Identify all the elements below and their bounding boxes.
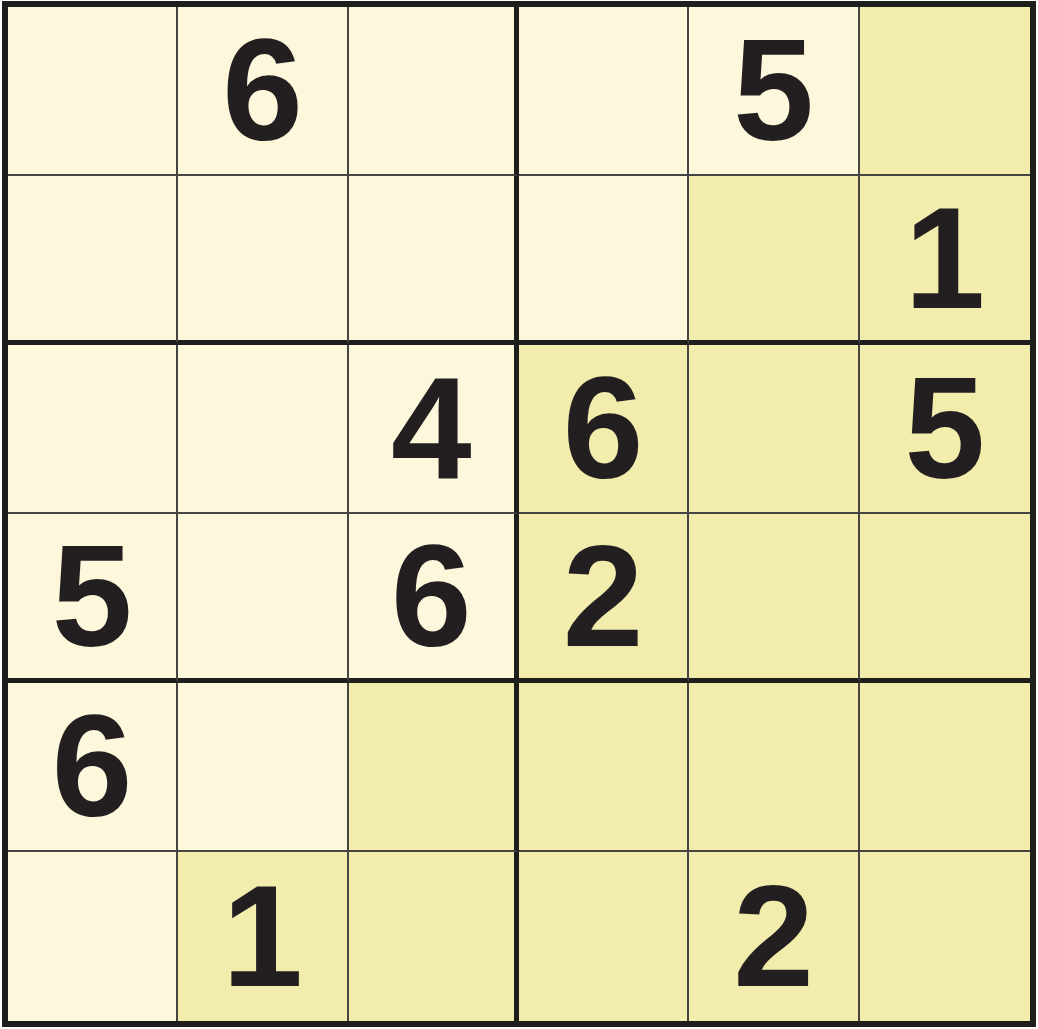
given-digit: 5 — [904, 356, 985, 501]
cell-r6c5[interactable]: 2 — [689, 852, 859, 1021]
cell-r3c4[interactable]: 6 — [519, 345, 689, 514]
cell-r6c3[interactable] — [349, 852, 519, 1021]
cell-r1c5[interactable]: 5 — [689, 7, 859, 176]
cell-r5c6[interactable] — [860, 683, 1030, 852]
cell-r6c6[interactable] — [860, 852, 1030, 1021]
cell-r1c2[interactable]: 6 — [178, 7, 348, 176]
cell-r5c3[interactable] — [349, 683, 519, 852]
cell-r5c2[interactable] — [178, 683, 348, 852]
cell-r5c5[interactable] — [689, 683, 859, 852]
given-digit: 5 — [733, 18, 814, 163]
cell-r5c4[interactable] — [519, 683, 689, 852]
cell-r2c4[interactable] — [519, 176, 689, 345]
given-digit: 2 — [563, 524, 644, 669]
given-digit: 6 — [563, 356, 644, 501]
cell-r1c3[interactable] — [349, 7, 519, 176]
cell-r6c1[interactable] — [8, 852, 178, 1021]
cell-r5c1[interactable]: 6 — [8, 683, 178, 852]
cell-r3c1[interactable] — [8, 345, 178, 514]
given-digit: 6 — [52, 694, 133, 839]
cell-r6c4[interactable] — [519, 852, 689, 1021]
cell-r1c6[interactable] — [860, 7, 1030, 176]
cell-r4c6[interactable] — [860, 514, 1030, 683]
cell-r2c3[interactable] — [349, 176, 519, 345]
cell-r3c2[interactable] — [178, 345, 348, 514]
given-digit: 2 — [733, 864, 814, 1009]
cell-r4c2[interactable] — [178, 514, 348, 683]
cell-r3c3[interactable]: 4 — [349, 345, 519, 514]
cell-r4c5[interactable] — [689, 514, 859, 683]
given-digit: 1 — [904, 186, 985, 331]
given-digit: 4 — [391, 356, 472, 501]
cell-r2c2[interactable] — [178, 176, 348, 345]
cell-r3c6[interactable]: 5 — [860, 345, 1030, 514]
cell-r6c2[interactable]: 1 — [178, 852, 348, 1021]
cell-r2c6[interactable]: 1 — [860, 176, 1030, 345]
cell-r3c5[interactable] — [689, 345, 859, 514]
cell-r4c3[interactable]: 6 — [349, 514, 519, 683]
cell-r2c1[interactable] — [8, 176, 178, 345]
cell-r2c5[interactable] — [689, 176, 859, 345]
cell-r1c4[interactable] — [519, 7, 689, 176]
given-digit: 1 — [222, 864, 303, 1009]
cell-r4c1[interactable]: 5 — [8, 514, 178, 683]
cell-r4c4[interactable]: 2 — [519, 514, 689, 683]
cell-r1c1[interactable] — [8, 7, 178, 176]
sudoku-board: 651465562612 — [2, 1, 1036, 1027]
given-digit: 6 — [222, 18, 303, 163]
given-digit: 5 — [52, 524, 133, 669]
given-digit: 6 — [391, 524, 472, 669]
